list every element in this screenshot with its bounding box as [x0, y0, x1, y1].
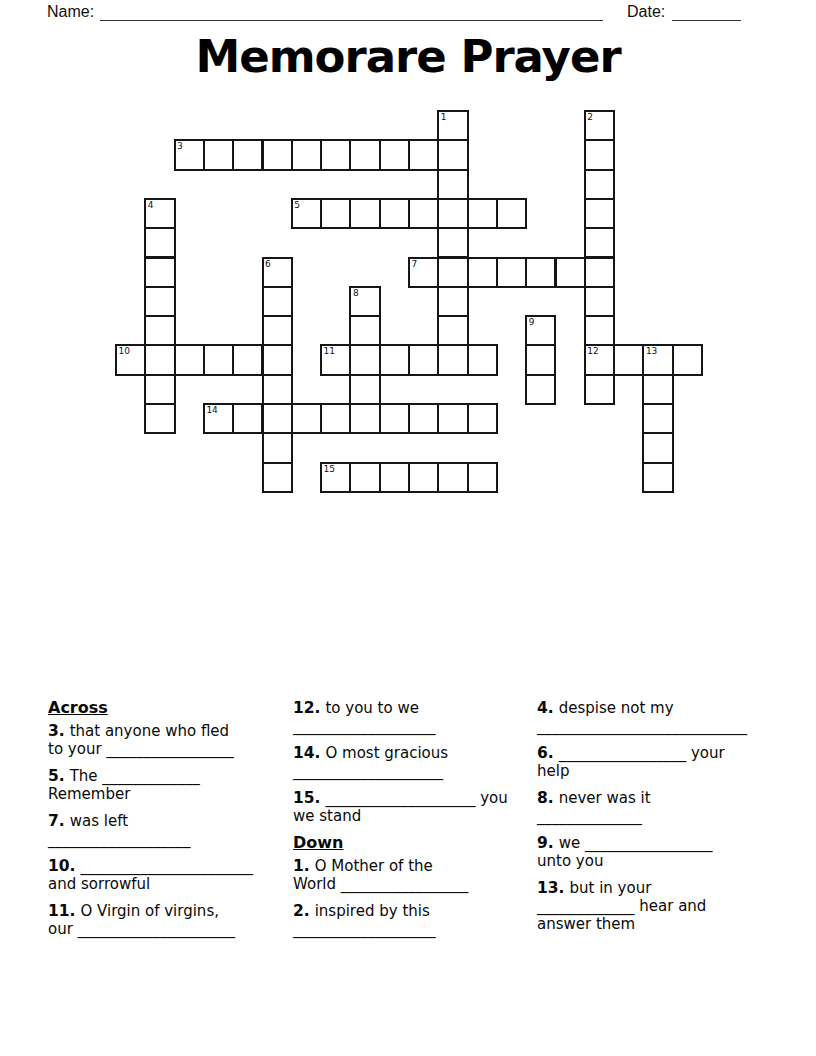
grid-cell-r8-c10[interactable] [408, 344, 439, 375]
clue-4: 4.despise not my _______________________… [537, 699, 782, 735]
clue-column-3: 4.despise not my _______________________… [537, 699, 782, 942]
cell-number-7: 7 [412, 259, 418, 269]
clue-14: 14.O most gracious ____________________ [293, 744, 538, 780]
grid-cell-r10-c9[interactable] [379, 403, 410, 434]
grid-cell-r8-c2[interactable] [174, 344, 205, 375]
grid-cell-r3-c16[interactable] [584, 198, 615, 229]
name-label: Name: [47, 3, 94, 21]
grid-cell-r7-c8[interactable] [349, 315, 380, 346]
grid-cell-r3-c6[interactable]: 5 [291, 198, 322, 229]
grid-cell-r3-c8[interactable] [349, 198, 380, 229]
grid-cell-r8-c1[interactable] [144, 344, 175, 375]
grid-cell-r1-c5[interactable] [262, 139, 293, 170]
clue-number: 4. [537, 699, 554, 717]
grid-cell-r9-c5[interactable] [262, 374, 293, 405]
clue-number: 15. [293, 789, 320, 807]
grid-cell-r3-c11[interactable] [437, 198, 468, 229]
grid-cell-r4-c16[interactable] [584, 227, 615, 258]
grid-cell-r9-c8[interactable] [349, 374, 380, 405]
cell-number-14: 14 [206, 405, 217, 415]
cell-number-13: 13 [646, 346, 657, 356]
grid-cell-r9-c16[interactable] [584, 374, 615, 405]
clue-12: 12.to you to we ___________________ [293, 699, 538, 735]
grid-cell-r3-c1[interactable]: 4 [144, 198, 175, 229]
grid-cell-r6-c8[interactable]: 8 [349, 286, 380, 317]
clue-2: 2.inspired by this ___________________ [293, 902, 538, 938]
grid-cell-r4-c11[interactable] [437, 227, 468, 258]
grid-cell-r7-c14[interactable]: 9 [525, 315, 556, 346]
clue-text: was left ___________________ [48, 812, 191, 848]
clue-number: 9. [537, 834, 554, 852]
clue-13: 13.but in your _____________ hear and an… [537, 879, 782, 933]
clue-text: never was it ______________ [537, 789, 651, 825]
cell-number-9: 9 [529, 317, 535, 327]
grid-cell-r7-c16[interactable] [584, 315, 615, 346]
grid-cell-r11-c18[interactable] [642, 432, 673, 463]
clue-7: 7.was left ___________________ [48, 812, 293, 848]
grid-cell-r12-c18[interactable] [642, 462, 673, 493]
grid-cell-r1-c6[interactable] [291, 139, 322, 170]
grid-cell-r3-c12[interactable] [467, 198, 498, 229]
clue-number: 10. [48, 857, 75, 875]
grid-cell-r6-c16[interactable] [584, 286, 615, 317]
clue-5: 5.The _____________ Remember [48, 767, 293, 803]
grid-cell-r3-c10[interactable] [408, 198, 439, 229]
grid-cell-r9-c14[interactable] [525, 374, 556, 405]
grid-cell-r8-c8[interactable] [349, 344, 380, 375]
clue-column-1: Across3.that anyone who fled to your ___… [48, 699, 293, 947]
grid-cell-r5-c1[interactable] [144, 257, 175, 288]
clue-number: 14. [293, 744, 320, 762]
clue-number: 13. [537, 879, 564, 897]
grid-cell-r12-c5[interactable] [262, 462, 293, 493]
grid-cell-r1-c11[interactable] [437, 139, 468, 170]
grid-cell-r5-c12[interactable] [467, 257, 498, 288]
crossword-grid: 123456789101112131415 [115, 110, 705, 495]
grid-cell-r10-c5[interactable] [262, 403, 293, 434]
grid-cell-r5-c5[interactable]: 6 [262, 257, 293, 288]
grid-cell-r1-c3[interactable] [203, 139, 234, 170]
grid-cell-r1-c4[interactable] [232, 139, 263, 170]
grid-cell-r10-c10[interactable] [408, 403, 439, 434]
clue-text: that anyone who fled to your ___________… [48, 722, 234, 758]
clue-text: we _________________ unto you [537, 834, 712, 870]
grid-cell-r12-c11[interactable] [437, 462, 468, 493]
clue-text: The _____________ Remember [48, 767, 200, 803]
clue-number: 5. [48, 767, 65, 785]
clue-text: O Mother of the World _________________ [293, 857, 468, 893]
grid-cell-r6-c11[interactable] [437, 286, 468, 317]
clue-number: 3. [48, 722, 65, 740]
grid-cell-r8-c7[interactable]: 11 [320, 344, 351, 375]
clue-number: 6. [537, 744, 554, 762]
clue-8: 8.never was it ______________ [537, 789, 782, 825]
grid-cell-r3-c7[interactable] [320, 198, 351, 229]
clue-10: 10._______________________ and sorrowful [48, 857, 293, 893]
grid-cell-r10-c8[interactable] [349, 403, 380, 434]
clue-text: O Virgin of virgins, our _______________… [48, 902, 235, 938]
grid-cell-r7-c1[interactable] [144, 315, 175, 346]
clue-number: 1. [293, 857, 310, 875]
clue-list-header-down: Down [293, 834, 538, 852]
clue-number: 8. [537, 789, 554, 807]
grid-cell-r12-c12[interactable] [467, 462, 498, 493]
grid-cell-r0-c16[interactable]: 2 [584, 110, 615, 141]
grid-cell-r10-c6[interactable] [291, 403, 322, 434]
cell-number-1: 1 [441, 112, 447, 122]
cell-number-11: 11 [324, 346, 335, 356]
grid-cell-r8-c5[interactable] [262, 344, 293, 375]
grid-cell-r5-c16[interactable] [584, 257, 615, 288]
grid-cell-r2-c16[interactable] [584, 169, 615, 200]
grid-cell-r8-c4[interactable] [232, 344, 263, 375]
grid-cell-r12-c10[interactable] [408, 462, 439, 493]
grid-cell-r12-c7[interactable]: 15 [320, 462, 351, 493]
date-label: Date: [627, 3, 665, 21]
grid-cell-r10-c1[interactable] [144, 403, 175, 434]
grid-cell-r6-c1[interactable] [144, 286, 175, 317]
grid-cell-r1-c16[interactable] [584, 139, 615, 170]
clue-11: 11.O Virgin of virgins, our ____________… [48, 902, 293, 938]
grid-cell-r8-c14[interactable] [525, 344, 556, 375]
grid-cell-r8-c0[interactable]: 10 [115, 344, 146, 375]
grid-cell-r8-c9[interactable] [379, 344, 410, 375]
cell-number-4: 4 [148, 200, 154, 210]
grid-cell-r0-c11[interactable]: 1 [437, 110, 468, 141]
clue-6: 6._________________ your help [537, 744, 782, 780]
grid-cell-r12-c8[interactable] [349, 462, 380, 493]
grid-cell-r11-c5[interactable] [262, 432, 293, 463]
clue-text: _______________________ and sorrowful [48, 857, 253, 893]
grid-cell-r8-c3[interactable] [203, 344, 234, 375]
grid-cell-r10-c11[interactable] [437, 403, 468, 434]
clue-number: 7. [48, 812, 65, 830]
grid-cell-r8-c12[interactable] [467, 344, 498, 375]
clue-text: despise not my _________________________… [537, 699, 747, 735]
clue-15: 15.____________________ you we stand [293, 789, 538, 825]
grid-cell-r1-c8[interactable] [349, 139, 380, 170]
grid-cell-r10-c3[interactable]: 14 [203, 403, 234, 434]
clue-number: 11. [48, 902, 75, 920]
cell-number-2: 2 [587, 112, 593, 122]
worksheet-page: Name: Date: Memorare Prayer 123456789101… [0, 0, 816, 1056]
grid-cell-r10-c12[interactable] [467, 403, 498, 434]
clue-1: 1.O Mother of the World ________________… [293, 857, 538, 893]
grid-cell-r5-c11[interactable] [437, 257, 468, 288]
clue-text: inspired by this ___________________ [293, 902, 436, 938]
clue-9: 9.we _________________ unto you [537, 834, 782, 870]
cell-number-8: 8 [353, 288, 359, 298]
clue-text: ____________________ you we stand [293, 789, 508, 825]
clue-number: 12. [293, 699, 320, 717]
clue-list-header-across: Across [48, 699, 293, 717]
name-input-line[interactable] [100, 4, 603, 21]
grid-cell-r9-c18[interactable] [642, 374, 673, 405]
grid-cell-r8-c19[interactable] [672, 344, 703, 375]
cell-number-3: 3 [177, 141, 183, 151]
grid-cell-r5-c14[interactable] [525, 257, 556, 288]
grid-cell-r1-c9[interactable] [379, 139, 410, 170]
grid-cell-r4-c1[interactable] [144, 227, 175, 258]
cell-number-12: 12 [587, 346, 598, 356]
grid-cell-r1-c7[interactable] [320, 139, 351, 170]
grid-cell-r12-c9[interactable] [379, 462, 410, 493]
grid-cell-r6-c5[interactable] [262, 286, 293, 317]
grid-cell-r10-c7[interactable] [320, 403, 351, 434]
cell-number-6: 6 [265, 259, 271, 269]
clue-number: 2. [293, 902, 310, 920]
grid-cell-r10-c18[interactable] [642, 403, 673, 434]
clue-3: 3.that anyone who fled to your _________… [48, 722, 293, 758]
clue-text: _________________ your help [537, 744, 725, 780]
grid-cell-r3-c13[interactable] [496, 198, 527, 229]
grid-cell-r7-c5[interactable] [262, 315, 293, 346]
cell-number-15: 15 [324, 464, 335, 474]
grid-cell-r3-c9[interactable] [379, 198, 410, 229]
grid-cell-r8-c17[interactable] [613, 344, 644, 375]
grid-cell-r1-c2[interactable]: 3 [174, 139, 205, 170]
clue-column-2: 12.to you to we ___________________14.O … [293, 699, 538, 947]
grid-cell-r5-c15[interactable] [555, 257, 586, 288]
date-input-line[interactable] [672, 4, 741, 21]
grid-cell-r9-c1[interactable] [144, 374, 175, 405]
grid-cell-r1-c10[interactable] [408, 139, 439, 170]
grid-cell-r8-c18[interactable]: 13 [642, 344, 673, 375]
grid-cell-r8-c11[interactable] [437, 344, 468, 375]
grid-cell-r10-c4[interactable] [232, 403, 263, 434]
cell-number-5: 5 [294, 200, 300, 210]
cell-number-10: 10 [119, 346, 130, 356]
grid-cell-r8-c16[interactable]: 12 [584, 344, 615, 375]
page-title: Memorare Prayer [0, 30, 816, 83]
grid-cell-r2-c11[interactable] [437, 169, 468, 200]
grid-cell-r5-c10[interactable]: 7 [408, 257, 439, 288]
grid-cell-r7-c11[interactable] [437, 315, 468, 346]
grid-cell-r5-c13[interactable] [496, 257, 527, 288]
